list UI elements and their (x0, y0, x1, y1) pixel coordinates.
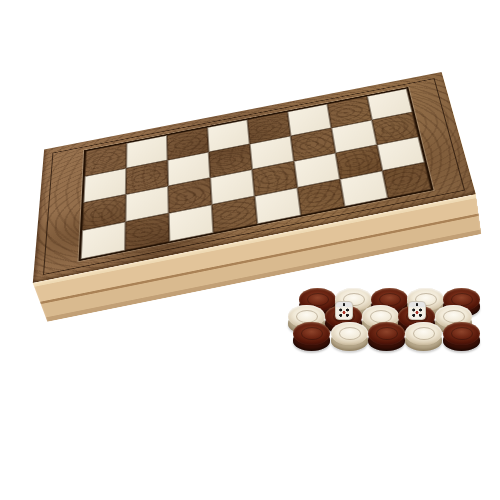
checker-groove-ring (376, 327, 398, 340)
checker-groove-ring (451, 327, 473, 340)
checker-groove-ring (301, 327, 323, 340)
checker-groove-ring (339, 327, 361, 340)
checkers-tray (0, 0, 500, 500)
checker-piece-white (405, 322, 442, 351)
checker-piece-brown (443, 322, 480, 351)
checker-piece-brown (293, 322, 330, 351)
die (335, 301, 353, 320)
checker-piece-brown (368, 322, 405, 351)
die (408, 301, 426, 320)
checker-groove-ring (413, 327, 435, 340)
product-photo (0, 0, 500, 500)
checker-piece-white (331, 322, 368, 351)
